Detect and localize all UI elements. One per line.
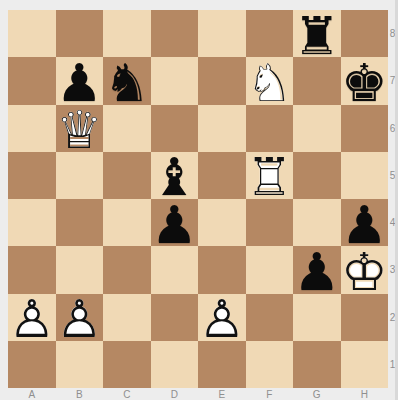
- square-f8[interactable]: [246, 10, 294, 57]
- square-g7[interactable]: [293, 57, 341, 104]
- file-label-g: G: [293, 388, 341, 400]
- square-e4[interactable]: [198, 199, 246, 246]
- white-piece-fill: ♞: [246, 59, 294, 106]
- piece-black-rook[interactable]: ♜: [293, 12, 341, 59]
- square-b8[interactable]: [56, 10, 104, 57]
- square-b6[interactable]: ♛♕: [56, 105, 104, 152]
- square-f7[interactable]: ♞♘: [246, 57, 294, 104]
- piece-white-pawn[interactable]: ♟♙: [198, 296, 246, 343]
- white-piece-outline: ♙: [8, 296, 56, 343]
- square-c6[interactable]: [103, 105, 151, 152]
- square-e2[interactable]: ♟♙: [198, 294, 246, 341]
- square-c5[interactable]: [103, 152, 151, 199]
- file-label-e: E: [198, 388, 246, 400]
- black-piece-glyph: ♟: [293, 248, 341, 295]
- piece-black-pawn[interactable]: ♟: [341, 201, 389, 248]
- square-d8[interactable]: [151, 10, 199, 57]
- piece-black-pawn[interactable]: ♟: [56, 59, 104, 106]
- square-f4[interactable]: [246, 199, 294, 246]
- square-h8[interactable]: [341, 10, 389, 57]
- square-b5[interactable]: [56, 152, 104, 199]
- square-a5[interactable]: [8, 152, 56, 199]
- piece-black-pawn[interactable]: ♟: [293, 248, 341, 295]
- square-a6[interactable]: [8, 105, 56, 152]
- white-piece-fill: ♜: [246, 154, 294, 201]
- square-g3[interactable]: ♟: [293, 246, 341, 293]
- piece-white-pawn[interactable]: ♟♙: [8, 296, 56, 343]
- square-b4[interactable]: [56, 199, 104, 246]
- black-piece-glyph: ♚: [341, 59, 389, 106]
- white-piece-fill: ♚: [341, 248, 389, 295]
- piece-black-bishop[interactable]: ♝: [151, 154, 199, 201]
- square-h2[interactable]: [341, 294, 389, 341]
- square-g6[interactable]: [293, 105, 341, 152]
- white-piece-fill: ♟: [56, 296, 104, 343]
- square-h4[interactable]: ♟: [341, 199, 389, 246]
- black-piece-glyph: ♟: [151, 201, 199, 248]
- app-background: ♜♟♞♞♘♚♛♕♝♜♖♟♟♟♚♔♟♙♟♙♟♙ ABCDEFGH 87654321: [0, 0, 398, 400]
- square-a1[interactable]: [8, 341, 56, 388]
- square-h5[interactable]: [341, 152, 389, 199]
- white-piece-outline: ♙: [56, 296, 104, 343]
- white-piece-fill: ♟: [8, 296, 56, 343]
- square-a2[interactable]: ♟♙: [8, 294, 56, 341]
- square-b1[interactable]: [56, 341, 104, 388]
- square-f2[interactable]: [246, 294, 294, 341]
- square-a3[interactable]: [8, 246, 56, 293]
- square-c1[interactable]: [103, 341, 151, 388]
- file-label-a: A: [8, 388, 56, 400]
- square-e5[interactable]: [198, 152, 246, 199]
- file-coordinates: ABCDEFGH: [8, 388, 388, 400]
- square-g4[interactable]: [293, 199, 341, 246]
- piece-black-king[interactable]: ♚: [341, 59, 389, 106]
- white-piece-outline: ♕: [56, 107, 104, 154]
- file-label-b: B: [56, 388, 104, 400]
- square-d3[interactable]: [151, 246, 199, 293]
- square-e8[interactable]: [198, 10, 246, 57]
- square-f6[interactable]: [246, 105, 294, 152]
- square-h3[interactable]: ♚♔: [341, 246, 389, 293]
- square-e1[interactable]: [198, 341, 246, 388]
- square-e7[interactable]: [198, 57, 246, 104]
- square-b3[interactable]: [56, 246, 104, 293]
- square-d2[interactable]: [151, 294, 199, 341]
- square-d5[interactable]: ♝: [151, 152, 199, 199]
- square-e6[interactable]: [198, 105, 246, 152]
- square-h1[interactable]: [341, 341, 389, 388]
- square-c8[interactable]: [103, 10, 151, 57]
- file-label-c: C: [103, 388, 151, 400]
- square-h6[interactable]: [341, 105, 389, 152]
- square-c7[interactable]: ♞: [103, 57, 151, 104]
- square-c2[interactable]: [103, 294, 151, 341]
- square-g2[interactable]: [293, 294, 341, 341]
- black-piece-glyph: ♟: [56, 59, 104, 106]
- square-d7[interactable]: [151, 57, 199, 104]
- piece-white-pawn[interactable]: ♟♙: [56, 296, 104, 343]
- black-piece-glyph: ♜: [293, 12, 341, 59]
- square-a8[interactable]: [8, 10, 56, 57]
- piece-white-rook[interactable]: ♜♖: [246, 154, 294, 201]
- white-piece-fill: ♟: [198, 296, 246, 343]
- black-piece-glyph: ♟: [341, 201, 389, 248]
- piece-white-queen[interactable]: ♛♕: [56, 107, 104, 154]
- square-b2[interactable]: ♟♙: [56, 294, 104, 341]
- square-f3[interactable]: [246, 246, 294, 293]
- piece-black-pawn[interactable]: ♟: [151, 201, 199, 248]
- white-piece-fill: ♛: [56, 107, 104, 154]
- square-g1[interactable]: [293, 341, 341, 388]
- chess-board: ♜♟♞♞♘♚♛♕♝♜♖♟♟♟♚♔♟♙♟♙♟♙: [8, 10, 388, 388]
- square-c3[interactable]: [103, 246, 151, 293]
- file-label-f: F: [246, 388, 294, 400]
- square-g8[interactable]: ♜: [293, 10, 341, 57]
- square-d6[interactable]: [151, 105, 199, 152]
- square-f1[interactable]: [246, 341, 294, 388]
- white-piece-outline: ♖: [246, 154, 294, 201]
- white-piece-outline: ♙: [198, 296, 246, 343]
- piece-white-knight[interactable]: ♞♘: [246, 59, 294, 106]
- square-d4[interactable]: ♟: [151, 199, 199, 246]
- square-g5[interactable]: [293, 152, 341, 199]
- white-piece-outline: ♔: [341, 248, 389, 295]
- square-e3[interactable]: [198, 246, 246, 293]
- piece-white-king[interactable]: ♚♔: [341, 248, 389, 295]
- file-label-h: H: [341, 388, 389, 400]
- square-b7[interactable]: ♟: [56, 57, 104, 104]
- square-f5[interactable]: ♜♖: [246, 152, 294, 199]
- piece-black-knight[interactable]: ♞: [103, 59, 151, 106]
- white-piece-outline: ♘: [246, 59, 294, 106]
- black-piece-glyph: ♝: [151, 154, 199, 201]
- file-label-d: D: [151, 388, 199, 400]
- black-piece-glyph: ♞: [103, 59, 151, 106]
- square-d1[interactable]: [151, 341, 199, 388]
- square-a4[interactable]: [8, 199, 56, 246]
- square-h7[interactable]: ♚: [341, 57, 389, 104]
- square-a7[interactable]: [8, 57, 56, 104]
- square-c4[interactable]: [103, 199, 151, 246]
